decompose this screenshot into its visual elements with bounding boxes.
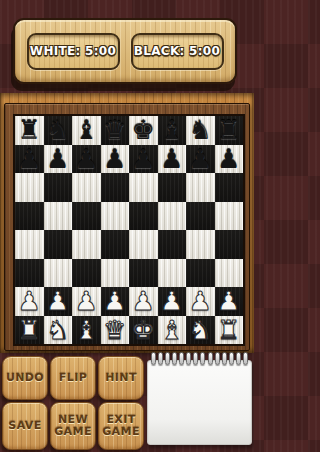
square-d6[interactable] [101, 173, 130, 202]
white-pawn[interactable]: ♟ [160, 287, 183, 315]
square-a8[interactable]: ♜ [15, 116, 44, 145]
square-f6[interactable] [158, 173, 187, 202]
white-pawn[interactable]: ♟ [46, 287, 69, 315]
white-clock-label: WHITE: 5:00 [30, 44, 116, 58]
notepad-paper [147, 360, 252, 445]
square-e2[interactable]: ♟ [129, 287, 158, 316]
square-b8[interactable]: ♞ [44, 116, 73, 145]
square-h5[interactable] [215, 202, 244, 231]
spiral-ring-icon [151, 352, 156, 365]
black-bishop[interactable]: ♝ [75, 116, 98, 144]
black-knight[interactable]: ♞ [189, 116, 212, 144]
white-rook[interactable]: ♜ [18, 316, 41, 344]
square-a7[interactable]: ♟ [15, 145, 44, 174]
square-c7[interactable]: ♟ [72, 145, 101, 174]
white-pawn[interactable]: ♟ [18, 287, 41, 315]
white-knight[interactable]: ♞ [46, 316, 69, 344]
exit-game-button[interactable]: EXIT GAME [98, 402, 144, 450]
square-d3[interactable] [101, 259, 130, 288]
square-g7[interactable]: ♟ [186, 145, 215, 174]
black-pawn[interactable]: ♟ [189, 145, 212, 173]
black-queen[interactable]: ♛ [103, 116, 126, 144]
square-c2[interactable]: ♟ [72, 287, 101, 316]
notepad-rings [151, 352, 248, 365]
square-b1[interactable]: ♞ [44, 316, 73, 345]
spiral-ring-icon [208, 352, 213, 365]
square-f5[interactable] [158, 202, 187, 231]
square-g2[interactable]: ♟ [186, 287, 215, 316]
square-f4[interactable] [158, 230, 187, 259]
square-a2[interactable]: ♟ [15, 287, 44, 316]
spiral-ring-icon [222, 352, 227, 365]
square-d7[interactable]: ♟ [101, 145, 130, 174]
black-pawn[interactable]: ♟ [103, 145, 126, 173]
black-pawn[interactable]: ♟ [132, 145, 155, 173]
flip-button[interactable]: FLIP [50, 356, 96, 400]
square-d5[interactable] [101, 202, 130, 231]
square-e5[interactable] [129, 202, 158, 231]
square-b3[interactable] [44, 259, 73, 288]
black-pawn[interactable]: ♟ [217, 145, 240, 173]
spiral-ring-icon [215, 352, 220, 365]
square-c8[interactable]: ♝ [72, 116, 101, 145]
spiral-ring-icon [200, 352, 205, 365]
square-e4[interactable] [129, 230, 158, 259]
square-d4[interactable] [101, 230, 130, 259]
square-b7[interactable]: ♟ [44, 145, 73, 174]
square-e1[interactable]: ♚ [129, 316, 158, 345]
white-king[interactable]: ♚ [132, 316, 155, 344]
board-frame: ♜♞♝♛♚♝♞♜♟♟♟♟♟♟♟♟♟♟♟♟♟♟♟♟♜♞♝♛♚♝♞♜ [4, 103, 250, 351]
square-f1[interactable]: ♝ [158, 316, 187, 345]
square-c1[interactable]: ♝ [72, 316, 101, 345]
square-d8[interactable]: ♛ [101, 116, 130, 145]
black-pawn[interactable]: ♟ [75, 145, 98, 173]
spiral-ring-icon [179, 352, 184, 365]
spiral-ring-icon [172, 352, 177, 365]
black-bishop[interactable]: ♝ [160, 116, 183, 144]
black-rook[interactable]: ♜ [217, 116, 240, 144]
undo-button[interactable]: UNDO [2, 356, 48, 400]
new-game-button[interactable]: NEW GAME [50, 402, 96, 450]
spiral-ring-icon [186, 352, 191, 365]
black-rook[interactable]: ♜ [18, 116, 41, 144]
black-clock-label: BLACK: 5:00 [134, 44, 220, 58]
white-bishop[interactable]: ♝ [75, 316, 98, 344]
chess-board[interactable]: ♜♞♝♛♚♝♞♜♟♟♟♟♟♟♟♟♟♟♟♟♟♟♟♟♜♞♝♛♚♝♞♜ [15, 116, 243, 344]
white-pawn[interactable]: ♟ [132, 287, 155, 315]
square-b4[interactable] [44, 230, 73, 259]
square-c5[interactable] [72, 202, 101, 231]
square-g5[interactable] [186, 202, 215, 231]
spiral-ring-icon [165, 352, 170, 365]
save-button[interactable]: SAVE [2, 402, 48, 450]
black-clock: BLACK: 5:00 [131, 33, 224, 70]
black-pawn[interactable]: ♟ [46, 145, 69, 173]
square-b6[interactable] [44, 173, 73, 202]
white-bishop[interactable]: ♝ [160, 316, 183, 344]
notepad [147, 352, 252, 445]
square-f3[interactable] [158, 259, 187, 288]
square-b2[interactable]: ♟ [44, 287, 73, 316]
spiral-ring-icon [229, 352, 234, 365]
square-a4[interactable] [15, 230, 44, 259]
spiral-ring-icon [243, 352, 248, 365]
square-b5[interactable] [44, 202, 73, 231]
square-a1[interactable]: ♜ [15, 316, 44, 345]
square-g1[interactable]: ♞ [186, 316, 215, 345]
white-pawn[interactable]: ♟ [103, 287, 126, 315]
white-knight[interactable]: ♞ [189, 316, 212, 344]
square-d1[interactable]: ♛ [101, 316, 130, 345]
hint-button[interactable]: HINT [98, 356, 144, 400]
black-pawn[interactable]: ♟ [160, 145, 183, 173]
square-d2[interactable]: ♟ [101, 287, 130, 316]
square-g8[interactable]: ♞ [186, 116, 215, 145]
square-a6[interactable] [15, 173, 44, 202]
square-g6[interactable] [186, 173, 215, 202]
square-h3[interactable] [215, 259, 244, 288]
square-f8[interactable]: ♝ [158, 116, 187, 145]
square-c6[interactable] [72, 173, 101, 202]
square-f7[interactable]: ♟ [158, 145, 187, 174]
square-g4[interactable] [186, 230, 215, 259]
square-a5[interactable] [15, 202, 44, 231]
white-pawn[interactable]: ♟ [217, 287, 240, 315]
square-f2[interactable]: ♟ [158, 287, 187, 316]
square-e3[interactable] [129, 259, 158, 288]
square-e6[interactable] [129, 173, 158, 202]
square-g3[interactable] [186, 259, 215, 288]
spiral-ring-icon [193, 352, 198, 365]
square-h6[interactable] [215, 173, 244, 202]
clock-panel: WHITE: 5:00 BLACK: 5:00 [13, 18, 237, 84]
square-e8[interactable]: ♚ [129, 116, 158, 145]
black-pawn[interactable]: ♟ [18, 145, 41, 173]
square-c4[interactable] [72, 230, 101, 259]
white-pawn[interactable]: ♟ [189, 287, 212, 315]
square-e7[interactable]: ♟ [129, 145, 158, 174]
square-h1[interactable]: ♜ [215, 316, 244, 345]
square-h2[interactable]: ♟ [215, 287, 244, 316]
square-a3[interactable] [15, 259, 44, 288]
square-h7[interactable]: ♟ [215, 145, 244, 174]
white-pawn[interactable]: ♟ [75, 287, 98, 315]
white-rook[interactable]: ♜ [217, 316, 240, 344]
spiral-ring-icon [158, 352, 163, 365]
white-clock: WHITE: 5:00 [27, 33, 120, 70]
square-h4[interactable] [215, 230, 244, 259]
black-knight[interactable]: ♞ [46, 116, 69, 144]
square-c3[interactable] [72, 259, 101, 288]
square-h8[interactable]: ♜ [215, 116, 244, 145]
black-king[interactable]: ♚ [132, 116, 155, 144]
spiral-ring-icon [236, 352, 241, 365]
white-queen[interactable]: ♛ [103, 316, 126, 344]
